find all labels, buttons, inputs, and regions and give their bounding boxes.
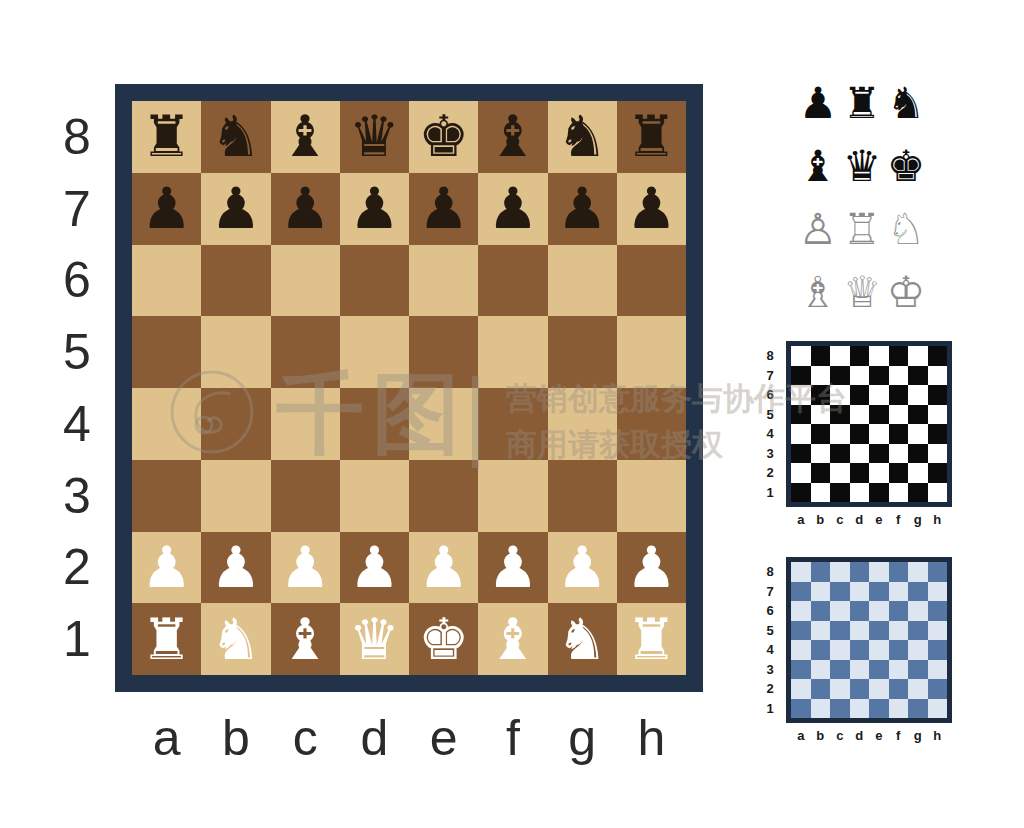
mini2-square-d7 [850,582,870,602]
white-pawn: ♟ [210,539,261,596]
mini1-rank-label-2: 2 [760,463,780,483]
mini1-rank-label-7: 7 [760,366,780,386]
mini2-square-c6 [830,601,850,621]
mini2-rank-label-7: 7 [760,582,780,602]
mini2-file-label-f: f [889,727,909,743]
black-bishop-icon: ♝ [796,135,840,198]
mini2-square-b6 [811,601,831,621]
mini-board-black-white [786,341,952,507]
mini2-file-label-b: b [811,727,831,743]
black-pawn: ♟ [557,180,608,237]
square-f6 [478,245,547,317]
mini1-square-g6 [908,385,928,405]
square-e8: ♚ [409,101,478,173]
mini1-square-e6 [869,385,889,405]
mini2-file-label-h: h [928,727,948,743]
mini1-square-f1 [889,483,909,503]
mini2-square-g4 [908,640,928,660]
mini1-file-label-d: d [850,511,870,527]
square-a3 [132,460,201,532]
mini1-square-a6 [791,385,811,405]
mini1-square-d4 [850,424,870,444]
square-d8: ♛ [340,101,409,173]
mini2-file-label-d: d [850,727,870,743]
square-e4 [409,388,478,460]
mini2-square-g2 [908,679,928,699]
mini2-square-h5 [928,621,948,641]
square-c2: ♟ [271,532,340,604]
mini2-square-e1 [869,699,889,719]
mini2-square-g5 [908,621,928,641]
rank-label-5: 5 [48,316,106,388]
mini2-square-f1 [889,699,909,719]
square-g8: ♞ [548,101,617,173]
chess-illustration: 8 7 6 5 4 3 2 1 ♜♞♝♛♚♝♞♜♟♟♟♟♟♟♟♟♟♟♟♟♟♟♟♟… [0,0,1024,828]
mini-board-2-rank-labels: 87654321 [760,562,780,718]
file-label-a: a [132,706,201,770]
mini2-square-d5 [850,621,870,641]
square-f8: ♝ [478,101,547,173]
mini2-square-a7 [791,582,811,602]
file-label-g: g [548,706,617,770]
square-d3 [340,460,409,532]
black-queen-icon: ♛ [840,135,884,198]
rank-label-6: 6 [48,245,106,317]
mini2-square-h6 [928,601,948,621]
black-pawn: ♟ [210,180,261,237]
mini2-square-b8 [811,562,831,582]
mini2-square-h7 [928,582,948,602]
white-pawn: ♟ [280,539,331,596]
mini1-square-c2 [830,463,850,483]
square-a7: ♟ [132,173,201,245]
mini1-rank-label-1: 1 [760,483,780,503]
black-pawn: ♟ [487,180,538,237]
mini2-square-g6 [908,601,928,621]
mini1-rank-label-6: 6 [760,385,780,405]
mini1-square-a4 [791,424,811,444]
white-pawn: ♟ [418,539,469,596]
mini1-square-b8 [811,346,831,366]
square-c1: ♝ [271,603,340,675]
square-e3 [409,460,478,532]
mini-board-2-grid [791,562,947,718]
mini1-square-h7 [928,366,948,386]
mini2-square-e8 [869,562,889,582]
mini1-square-g1 [908,483,928,503]
mini2-rank-label-3: 3 [760,660,780,680]
mini2-square-h1 [928,699,948,719]
square-g5 [548,316,617,388]
mini2-square-a2 [791,679,811,699]
mini1-square-e7 [869,366,889,386]
mini2-square-e2 [869,679,889,699]
square-f3 [478,460,547,532]
square-h3 [617,460,686,532]
mini2-square-h3 [928,660,948,680]
mini-board-2-file-labels: abcdefgh [791,727,947,743]
mini2-square-h8 [928,562,948,582]
rank-label-7: 7 [48,173,106,245]
mini1-square-h2 [928,463,948,483]
mini1-square-e1 [869,483,889,503]
square-b2: ♟ [201,532,270,604]
mini2-square-c7 [830,582,850,602]
mini1-rank-label-3: 3 [760,444,780,464]
square-c8: ♝ [271,101,340,173]
mini2-square-c5 [830,621,850,641]
mini2-square-f8 [889,562,909,582]
mini2-file-label-a: a [791,727,811,743]
mini1-square-a8 [791,346,811,366]
mini1-square-f8 [889,346,909,366]
white-pawn: ♟ [487,539,538,596]
square-h6 [617,245,686,317]
white-queen-icon: ♕ [840,261,884,324]
square-h7: ♟ [617,173,686,245]
mini1-square-h4 [928,424,948,444]
mini1-square-h3 [928,444,948,464]
mini2-square-f6 [889,601,909,621]
mini2-square-a5 [791,621,811,641]
mini1-square-c5 [830,405,850,425]
mini1-square-b2 [811,463,831,483]
square-e1: ♚ [409,603,478,675]
mini2-square-b4 [811,640,831,660]
black-queen: ♛ [349,108,400,165]
mini1-square-a7 [791,366,811,386]
mini2-square-h4 [928,640,948,660]
mini2-square-e6 [869,601,889,621]
square-d7: ♟ [340,173,409,245]
square-e5 [409,316,478,388]
mini1-square-e3 [869,444,889,464]
square-h1: ♜ [617,603,686,675]
mini2-square-d2 [850,679,870,699]
square-f1: ♝ [478,603,547,675]
mini1-square-h1 [928,483,948,503]
mini1-square-g2 [908,463,928,483]
square-d2: ♟ [340,532,409,604]
white-bishop-icon: ♗ [796,261,840,324]
mini-board-1-rank-labels: 87654321 [760,346,780,502]
mini1-square-e4 [869,424,889,444]
mini2-square-a4 [791,640,811,660]
mini2-square-e7 [869,582,889,602]
mini1-square-e8 [869,346,889,366]
mini2-file-label-c: c [830,727,850,743]
rank-label-4: 4 [48,388,106,460]
mini2-rank-label-5: 5 [760,621,780,641]
mini2-square-d4 [850,640,870,660]
mini1-square-h6 [928,385,948,405]
mini1-square-h5 [928,405,948,425]
mini1-square-f6 [889,385,909,405]
square-c7: ♟ [271,173,340,245]
mini2-square-d1 [850,699,870,719]
square-g6 [548,245,617,317]
mini1-square-a3 [791,444,811,464]
mini1-square-g5 [908,405,928,425]
mini2-square-h2 [928,679,948,699]
mini2-square-a3 [791,660,811,680]
mini1-rank-label-5: 5 [760,405,780,425]
mini2-square-e3 [869,660,889,680]
mini2-square-d6 [850,601,870,621]
mini2-square-g7 [908,582,928,602]
mini2-square-d8 [850,562,870,582]
square-f7: ♟ [478,173,547,245]
black-pawn: ♟ [626,180,677,237]
white-rook: ♜ [141,611,192,668]
white-bishop: ♝ [280,611,331,668]
black-rook: ♜ [626,108,677,165]
square-h8: ♜ [617,101,686,173]
mini2-square-c8 [830,562,850,582]
square-c3 [271,460,340,532]
square-b3 [201,460,270,532]
mini1-square-c8 [830,346,850,366]
mini1-rank-label-4: 4 [760,424,780,444]
black-rook-icon: ♜ [840,72,884,135]
square-c6 [271,245,340,317]
mini2-square-c1 [830,699,850,719]
mini1-square-e5 [869,405,889,425]
mini1-square-f3 [889,444,909,464]
square-b4 [201,388,270,460]
mini2-rank-label-6: 6 [760,601,780,621]
mini2-square-a6 [791,601,811,621]
black-pawn: ♟ [280,180,331,237]
mini1-square-d7 [850,366,870,386]
white-pawn: ♟ [626,539,677,596]
file-label-h: h [617,706,686,770]
mini1-square-d6 [850,385,870,405]
rank-label-8: 8 [48,101,106,173]
mini1-square-b1 [811,483,831,503]
mini1-square-d1 [850,483,870,503]
square-b7: ♟ [201,173,270,245]
square-f5 [478,316,547,388]
square-b5 [201,316,270,388]
black-pawn: ♟ [141,180,192,237]
square-d4 [340,388,409,460]
mini2-rank-label-2: 2 [760,679,780,699]
mini1-square-a2 [791,463,811,483]
main-board-grid: ♜♞♝♛♚♝♞♜♟♟♟♟♟♟♟♟♟♟♟♟♟♟♟♟♜♞♝♛♚♝♞♜ [132,101,686,675]
white-pawn: ♟ [557,539,608,596]
mini2-square-b1 [811,699,831,719]
mini2-square-c4 [830,640,850,660]
square-g3 [548,460,617,532]
square-a6 [132,245,201,317]
mini1-file-label-f: f [889,511,909,527]
mini1-square-d5 [850,405,870,425]
black-pawn: ♟ [418,180,469,237]
mini2-rank-label-1: 1 [760,699,780,719]
mini1-square-g4 [908,424,928,444]
white-rook: ♜ [626,611,677,668]
mini1-square-b5 [811,405,831,425]
mini1-square-d3 [850,444,870,464]
mini2-square-c3 [830,660,850,680]
square-c4 [271,388,340,460]
square-f2: ♟ [478,532,547,604]
mini1-square-d2 [850,463,870,483]
square-a5 [132,316,201,388]
square-a4 [132,388,201,460]
mini-board-blue-white [786,557,952,723]
rank-label-1: 1 [48,603,106,675]
mini2-square-f4 [889,640,909,660]
mini1-square-f5 [889,405,909,425]
white-queen: ♛ [349,611,400,668]
mini2-square-g3 [908,660,928,680]
black-knight: ♞ [557,108,608,165]
mini-board-1-grid [791,346,947,502]
mini2-square-a1 [791,699,811,719]
black-king: ♚ [418,108,469,165]
main-board-rank-labels: 8 7 6 5 4 3 2 1 [48,101,106,675]
white-pawn-icon: ♙ [796,198,840,261]
mini2-file-label-e: e [869,727,889,743]
black-king-icon: ♚ [884,135,928,198]
square-f4 [478,388,547,460]
mini2-square-d3 [850,660,870,680]
white-knight: ♞ [557,611,608,668]
mini1-square-c7 [830,366,850,386]
mini1-square-c3 [830,444,850,464]
white-king: ♚ [418,611,469,668]
black-pawn: ♟ [349,180,400,237]
black-rook: ♜ [141,108,192,165]
file-label-b: b [201,706,270,770]
black-bishop: ♝ [280,108,331,165]
mini1-file-label-b: b [811,511,831,527]
mini2-square-f5 [889,621,909,641]
square-e7: ♟ [409,173,478,245]
main-board-file-labels: a b c d e f g h [132,706,686,770]
mini2-square-b3 [811,660,831,680]
mini1-square-b3 [811,444,831,464]
square-g1: ♞ [548,603,617,675]
file-label-e: e [409,706,478,770]
piece-set-legend: ♟♜♞♝♛♚♙♖♘♗♕♔ [796,72,928,324]
square-e2: ♟ [409,532,478,604]
mini1-square-d8 [850,346,870,366]
rank-label-3: 3 [48,460,106,532]
mini2-square-g1 [908,699,928,719]
mini1-square-c6 [830,385,850,405]
mini1-square-c1 [830,483,850,503]
mini2-square-e5 [869,621,889,641]
mini2-square-b5 [811,621,831,641]
mini1-file-label-c: c [830,511,850,527]
white-pawn: ♟ [349,539,400,596]
mini2-square-f3 [889,660,909,680]
white-knight: ♞ [210,611,261,668]
mini1-square-e2 [869,463,889,483]
white-pawn: ♟ [141,539,192,596]
mini1-file-label-g: g [908,511,928,527]
square-h4 [617,388,686,460]
rank-label-2: 2 [48,532,106,604]
black-knight-icon: ♞ [884,72,928,135]
mini2-rank-label-8: 8 [760,562,780,582]
mini2-square-a8 [791,562,811,582]
square-g2: ♟ [548,532,617,604]
mini1-square-b4 [811,424,831,444]
square-a2: ♟ [132,532,201,604]
mini2-square-f2 [889,679,909,699]
mini-board-1-file-labels: abcdefgh [791,511,947,527]
mini1-square-f2 [889,463,909,483]
mini1-square-f7 [889,366,909,386]
square-d6 [340,245,409,317]
file-label-c: c [271,706,340,770]
mini2-square-e4 [869,640,889,660]
mini1-file-label-a: a [791,511,811,527]
mini1-square-h8 [928,346,948,366]
main-chess-board: ♜♞♝♛♚♝♞♜♟♟♟♟♟♟♟♟♟♟♟♟♟♟♟♟♜♞♝♛♚♝♞♜ [115,84,703,692]
square-e6 [409,245,478,317]
square-b6 [201,245,270,317]
black-pawn-icon: ♟ [796,72,840,135]
mini2-square-c2 [830,679,850,699]
mini2-file-label-g: g [908,727,928,743]
mini1-square-g3 [908,444,928,464]
mini1-square-g8 [908,346,928,366]
mini1-square-g7 [908,366,928,386]
mini2-square-f7 [889,582,909,602]
square-g4 [548,388,617,460]
mini1-rank-label-8: 8 [760,346,780,366]
file-label-d: d [340,706,409,770]
mini1-square-b7 [811,366,831,386]
mini2-square-b2 [811,679,831,699]
mini1-square-a1 [791,483,811,503]
mini1-square-c4 [830,424,850,444]
mini2-square-b7 [811,582,831,602]
square-d5 [340,316,409,388]
square-b8: ♞ [201,101,270,173]
white-rook-icon: ♖ [840,198,884,261]
black-bishop: ♝ [487,108,538,165]
square-b1: ♞ [201,603,270,675]
square-g7: ♟ [548,173,617,245]
mini2-square-g8 [908,562,928,582]
square-a8: ♜ [132,101,201,173]
mini1-square-f4 [889,424,909,444]
square-c5 [271,316,340,388]
white-bishop: ♝ [487,611,538,668]
black-knight: ♞ [210,108,261,165]
square-d1: ♛ [340,603,409,675]
mini1-file-label-h: h [928,511,948,527]
square-h2: ♟ [617,532,686,604]
mini2-rank-label-4: 4 [760,640,780,660]
white-knight-icon: ♘ [884,198,928,261]
white-king-icon: ♔ [884,261,928,324]
square-h5 [617,316,686,388]
square-a1: ♜ [132,603,201,675]
mini1-square-a5 [791,405,811,425]
file-label-f: f [478,706,547,770]
mini1-square-b6 [811,385,831,405]
mini1-file-label-e: e [869,511,889,527]
